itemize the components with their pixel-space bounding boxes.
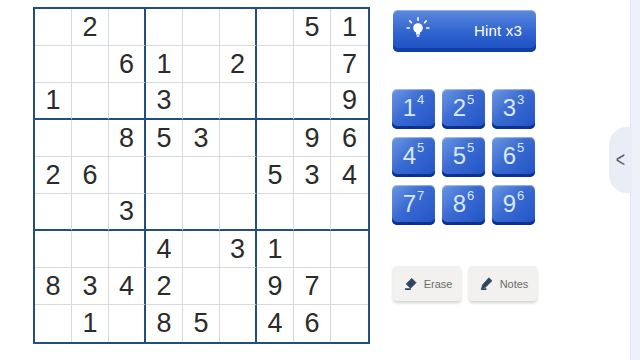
cell-r1c7[interactable]: [257, 9, 294, 46]
cell-r2c6[interactable]: 2: [220, 46, 257, 83]
lightbulb-icon: [405, 17, 431, 43]
cell-r4c1[interactable]: [35, 120, 72, 157]
cell-r2c7[interactable]: [257, 46, 294, 83]
cell-r9c4[interactable]: 8: [146, 305, 183, 342]
cell-r8c2[interactable]: 3: [72, 268, 109, 305]
cell-r4c3[interactable]: 8: [109, 120, 146, 157]
eraser-icon: [402, 275, 419, 292]
erase-button[interactable]: Erase: [393, 266, 461, 301]
cell-r6c6[interactable]: [220, 194, 257, 231]
digit-remaining-count: 7: [417, 189, 424, 202]
digit-7-button[interactable]: 77: [392, 185, 435, 225]
cell-r1c8[interactable]: 5: [294, 9, 331, 46]
cell-r9c1[interactable]: [35, 305, 72, 342]
cell-r5c9[interactable]: 4: [331, 157, 368, 194]
digit-remaining-count: 5: [517, 141, 524, 154]
cell-r6c1[interactable]: [35, 194, 72, 231]
cell-r5c3[interactable]: [109, 157, 146, 194]
cell-r1c6[interactable]: [220, 9, 257, 46]
cell-r1c9[interactable]: 1: [331, 9, 368, 46]
digit-remaining-count: 5: [417, 141, 424, 154]
cell-r2c4[interactable]: 1: [146, 46, 183, 83]
cell-r3c5[interactable]: [183, 83, 220, 120]
digit-6-button[interactable]: 65: [492, 137, 535, 177]
erase-label: Erase: [424, 278, 453, 290]
cell-r5c8[interactable]: 3: [294, 157, 331, 194]
cell-r3c9[interactable]: 9: [331, 83, 368, 120]
digit-2-button[interactable]: 25: [442, 89, 485, 129]
cell-r8c6[interactable]: [220, 268, 257, 305]
cell-r5c1[interactable]: 2: [35, 157, 72, 194]
cell-r8c1[interactable]: 8: [35, 268, 72, 305]
hint-button[interactable]: Hint x3: [393, 10, 536, 52]
digit-remaining-count: 4: [417, 93, 424, 106]
notes-button[interactable]: Notes: [469, 266, 537, 301]
cell-r7c6[interactable]: 3: [220, 231, 257, 268]
notes-label: Notes: [500, 278, 529, 290]
digit-9-button[interactable]: 96: [492, 185, 535, 225]
cell-r9c8[interactable]: 6: [294, 305, 331, 342]
cell-r5c2[interactable]: 6: [72, 157, 109, 194]
pencil-icon: [478, 275, 495, 292]
cell-r5c4[interactable]: [146, 157, 183, 194]
cell-r8c8[interactable]: 7: [294, 268, 331, 305]
digit-value: 4: [403, 144, 416, 168]
cell-r2c9[interactable]: 7: [331, 46, 368, 83]
cell-r9c9[interactable]: [331, 305, 368, 342]
cell-r7c1[interactable]: [35, 231, 72, 268]
cell-r6c5[interactable]: [183, 194, 220, 231]
cell-r3c7[interactable]: [257, 83, 294, 120]
digit-remaining-count: 3: [517, 93, 524, 106]
cell-r7c3[interactable]: [109, 231, 146, 268]
sudoku-board: 25161271398539626534343183429718546: [33, 7, 370, 344]
cell-r9c6[interactable]: [220, 305, 257, 342]
cell-r4c6[interactable]: [220, 120, 257, 157]
cell-r4c2[interactable]: [72, 120, 109, 157]
digit-remaining-count: 6: [467, 189, 474, 202]
digit-value: 9: [503, 192, 516, 216]
cell-r6c3[interactable]: 3: [109, 194, 146, 231]
hint-label: Hint x3: [474, 22, 522, 39]
digit-4-button[interactable]: 45: [392, 137, 435, 177]
cell-r4c5[interactable]: 3: [183, 120, 220, 157]
panel-collapse-handle[interactable]: <: [609, 127, 632, 193]
digit-value: 1: [403, 96, 416, 120]
cell-r8c9[interactable]: [331, 268, 368, 305]
tool-bar: Erase Notes: [393, 266, 537, 301]
cell-r9c2[interactable]: 1: [72, 305, 109, 342]
cell-r5c6[interactable]: [220, 157, 257, 194]
digit-value: 6: [503, 144, 516, 168]
cell-r2c8[interactable]: [294, 46, 331, 83]
cell-r5c5[interactable]: [183, 157, 220, 194]
cell-r3c2[interactable]: [72, 83, 109, 120]
cell-r1c1[interactable]: [35, 9, 72, 46]
cell-r6c4[interactable]: [146, 194, 183, 231]
cell-r1c3[interactable]: [109, 9, 146, 46]
cell-r7c9[interactable]: [331, 231, 368, 268]
cell-r2c5[interactable]: [183, 46, 220, 83]
number-pad: 142533455565778696: [392, 89, 535, 225]
cell-r7c7[interactable]: 1: [257, 231, 294, 268]
cell-r6c2[interactable]: [72, 194, 109, 231]
cell-r7c5[interactable]: [183, 231, 220, 268]
cell-r1c4[interactable]: [146, 9, 183, 46]
chevron-left-icon: <: [616, 149, 625, 171]
cell-r7c8[interactable]: [294, 231, 331, 268]
cell-r8c3[interactable]: 4: [109, 268, 146, 305]
cell-r3c1[interactable]: 1: [35, 83, 72, 120]
cell-r6c7[interactable]: [257, 194, 294, 231]
digit-5-button[interactable]: 55: [442, 137, 485, 177]
cell-r2c3[interactable]: 6: [109, 46, 146, 83]
cell-r6c8[interactable]: [294, 194, 331, 231]
cell-r1c5[interactable]: [183, 9, 220, 46]
digit-value: 7: [403, 192, 416, 216]
digit-value: 8: [453, 192, 466, 216]
cell-r4c9[interactable]: 6: [331, 120, 368, 157]
cell-r1c2[interactable]: 2: [72, 9, 109, 46]
digit-remaining-count: 5: [467, 141, 474, 154]
cell-r9c5[interactable]: 5: [183, 305, 220, 342]
digit-value: 5: [453, 144, 466, 168]
cell-r9c7[interactable]: 4: [257, 305, 294, 342]
digit-3-button[interactable]: 33: [492, 89, 535, 129]
cell-r7c2[interactable]: [72, 231, 109, 268]
cell-r8c7[interactable]: 9: [257, 268, 294, 305]
digit-remaining-count: 6: [517, 189, 524, 202]
digit-1-button[interactable]: 14: [392, 89, 435, 129]
digit-value: 2: [453, 96, 466, 120]
cell-r4c7[interactable]: [257, 120, 294, 157]
cell-r3c8[interactable]: [294, 83, 331, 120]
cell-r8c4[interactable]: 2: [146, 268, 183, 305]
cell-r2c1[interactable]: [35, 46, 72, 83]
cell-r9c3[interactable]: [109, 305, 146, 342]
cell-r4c4[interactable]: 5: [146, 120, 183, 157]
cell-r3c6[interactable]: [220, 83, 257, 120]
cell-r4c8[interactable]: 9: [294, 120, 331, 157]
digit-8-button[interactable]: 86: [442, 185, 485, 225]
cell-r2c2[interactable]: [72, 46, 109, 83]
cell-r7c4[interactable]: 4: [146, 231, 183, 268]
cell-r8c5[interactable]: [183, 268, 220, 305]
cell-r3c3[interactable]: [109, 83, 146, 120]
cell-r6c9[interactable]: [331, 194, 368, 231]
cell-r5c7[interactable]: 5: [257, 157, 294, 194]
sudoku-app: 25161271398539626534343183429718546 Hint…: [0, 0, 640, 360]
digit-value: 3: [503, 96, 516, 120]
digit-remaining-count: 5: [467, 93, 474, 106]
cell-r3c4[interactable]: 3: [146, 83, 183, 120]
